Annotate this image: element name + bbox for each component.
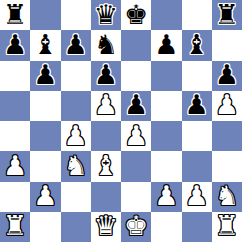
square-b3[interactable]	[30, 151, 60, 181]
square-h6[interactable]: ♟	[212, 61, 242, 91]
square-h7[interactable]	[212, 30, 242, 60]
piece-white-pawn[interactable]: ♟	[33, 182, 57, 209]
square-h4[interactable]	[212, 121, 242, 151]
square-d3[interactable]: ♝	[91, 151, 121, 181]
square-f5[interactable]	[151, 91, 181, 121]
piece-black-pawn[interactable]: ♟	[185, 91, 209, 118]
square-a8[interactable]: ♜	[0, 0, 30, 30]
piece-white-rook[interactable]: ♜	[215, 212, 239, 239]
square-f4[interactable]	[151, 121, 181, 151]
square-d8[interactable]: ♛	[91, 0, 121, 30]
square-d5[interactable]: ♟	[91, 91, 121, 121]
square-g7[interactable]: ♝	[182, 30, 212, 60]
square-b6[interactable]: ♟	[30, 61, 60, 91]
square-a3[interactable]: ♟	[0, 151, 30, 181]
square-d4[interactable]	[91, 121, 121, 151]
piece-black-rook[interactable]: ♜	[215, 1, 239, 28]
square-a1[interactable]: ♜	[0, 212, 30, 242]
square-g4[interactable]	[182, 121, 212, 151]
square-e4[interactable]: ♟	[121, 121, 151, 151]
piece-black-pawn[interactable]: ♟	[215, 61, 239, 88]
square-b2[interactable]: ♟	[30, 182, 60, 212]
piece-white-bishop[interactable]: ♝	[94, 152, 118, 179]
square-h2[interactable]: ♞	[212, 182, 242, 212]
square-g8[interactable]	[182, 0, 212, 30]
square-g6[interactable]	[182, 61, 212, 91]
square-c2[interactable]	[61, 182, 91, 212]
square-a2[interactable]	[0, 182, 30, 212]
piece-white-pawn[interactable]: ♟	[124, 122, 148, 149]
square-d1[interactable]: ♛	[91, 212, 121, 242]
piece-black-bishop[interactable]: ♝	[33, 31, 57, 58]
square-g5[interactable]: ♟	[182, 91, 212, 121]
piece-white-pawn[interactable]: ♟	[3, 152, 27, 179]
square-d2[interactable]	[91, 182, 121, 212]
square-e2[interactable]	[121, 182, 151, 212]
square-b1[interactable]	[30, 212, 60, 242]
piece-black-pawn[interactable]: ♟	[124, 91, 148, 118]
piece-white-pawn[interactable]: ♟	[64, 122, 88, 149]
square-e6[interactable]	[121, 61, 151, 91]
piece-black-bishop[interactable]: ♝	[185, 31, 209, 58]
square-f7[interactable]: ♟	[151, 30, 181, 60]
square-b7[interactable]: ♝	[30, 30, 60, 60]
piece-white-knight[interactable]: ♞	[64, 152, 88, 179]
square-d7[interactable]: ♞	[91, 30, 121, 60]
square-c8[interactable]	[61, 0, 91, 30]
piece-black-pawn[interactable]: ♟	[94, 61, 118, 88]
square-h5[interactable]: ♟	[212, 91, 242, 121]
square-c7[interactable]: ♟	[61, 30, 91, 60]
piece-black-knight[interactable]: ♞	[94, 31, 118, 58]
piece-white-pawn[interactable]: ♟	[94, 91, 118, 118]
piece-black-queen[interactable]: ♛	[94, 1, 118, 28]
piece-black-rook[interactable]: ♜	[3, 1, 27, 28]
piece-white-king[interactable]: ♚	[124, 212, 148, 239]
square-f3[interactable]	[151, 151, 181, 181]
square-a5[interactable]	[0, 91, 30, 121]
square-b5[interactable]	[30, 91, 60, 121]
square-f2[interactable]: ♟	[151, 182, 181, 212]
square-a4[interactable]	[0, 121, 30, 151]
square-c4[interactable]: ♟	[61, 121, 91, 151]
square-d6[interactable]: ♟	[91, 61, 121, 91]
square-c3[interactable]: ♞	[61, 151, 91, 181]
square-e1[interactable]: ♚	[121, 212, 151, 242]
square-c5[interactable]	[61, 91, 91, 121]
square-e3[interactable]	[121, 151, 151, 181]
square-h8[interactable]: ♜	[212, 0, 242, 30]
piece-white-knight[interactable]: ♞	[215, 182, 239, 209]
piece-black-king[interactable]: ♚	[124, 1, 148, 28]
piece-white-pawn[interactable]: ♟	[185, 182, 209, 209]
piece-black-pawn[interactable]: ♟	[33, 61, 57, 88]
square-g3[interactable]	[182, 151, 212, 181]
square-f6[interactable]	[151, 61, 181, 91]
piece-white-rook[interactable]: ♜	[3, 212, 27, 239]
square-e7[interactable]	[121, 30, 151, 60]
square-f1[interactable]	[151, 212, 181, 242]
square-h3[interactable]	[212, 151, 242, 181]
square-c1[interactable]	[61, 212, 91, 242]
square-g2[interactable]: ♟	[182, 182, 212, 212]
piece-white-pawn[interactable]: ♟	[215, 91, 239, 118]
square-e5[interactable]: ♟	[121, 91, 151, 121]
piece-black-pawn[interactable]: ♟	[3, 31, 27, 58]
square-g1[interactable]	[182, 212, 212, 242]
square-c6[interactable]	[61, 61, 91, 91]
chess-board: ♜♛♚♜♟♝♟♞♟♝♟♟♟♟♟♟♟♟♟♟♞♝♟♟♟♞♜♛♚♜	[0, 0, 242, 242]
square-e8[interactable]: ♚	[121, 0, 151, 30]
square-a6[interactable]	[0, 61, 30, 91]
square-a7[interactable]: ♟	[0, 30, 30, 60]
square-h1[interactable]: ♜	[212, 212, 242, 242]
piece-black-pawn[interactable]: ♟	[64, 31, 88, 58]
square-f8[interactable]	[151, 0, 181, 30]
piece-black-pawn[interactable]: ♟	[154, 31, 178, 58]
piece-white-queen[interactable]: ♛	[94, 212, 118, 239]
square-b4[interactable]	[30, 121, 60, 151]
piece-white-pawn[interactable]: ♟	[154, 182, 178, 209]
square-b8[interactable]	[30, 0, 60, 30]
